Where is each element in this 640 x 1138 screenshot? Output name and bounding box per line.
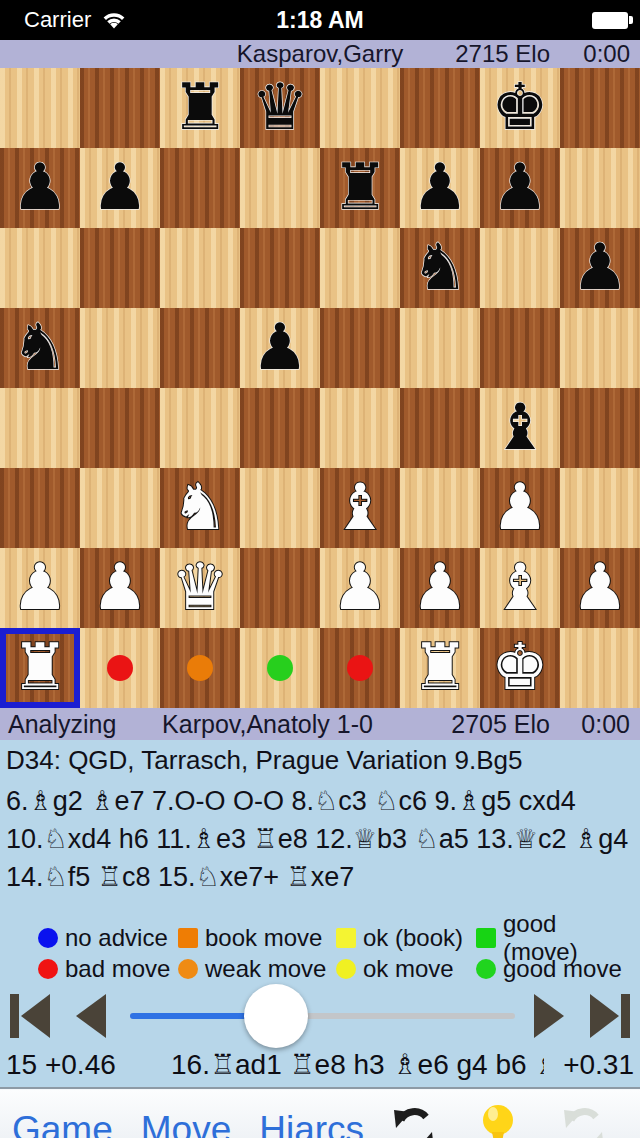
white-pawn-h2[interactable]: ♟: [560, 548, 640, 628]
square-c6[interactable]: [160, 228, 240, 308]
square-h4[interactable]: [560, 388, 640, 468]
square-b7[interactable]: ♟: [80, 148, 160, 228]
legend-marker-orange-square: [178, 928, 198, 948]
skip-to-start-button[interactable]: [8, 992, 52, 1040]
square-g2[interactable]: ♝: [480, 548, 560, 628]
square-a8[interactable]: [0, 68, 80, 148]
analysis-line[interactable]: 15 +0.46 16.♖ad1 ♖e8 h3 ♗e6 g4 b6 ♗d4… +…: [0, 1048, 640, 1089]
legend-label: ok (book): [363, 924, 463, 952]
square-b3[interactable]: [80, 468, 160, 548]
square-a6[interactable]: [0, 228, 80, 308]
move-list-line: 14.♘f5 ♖c8 15.♘xe7+ ♖xe7: [6, 858, 634, 896]
square-f3[interactable]: [400, 468, 480, 548]
previous-move-button[interactable]: [68, 992, 112, 1040]
square-g3[interactable]: ♟: [480, 468, 560, 548]
square-e3[interactable]: ♝: [320, 468, 400, 548]
bottom-player-name: Karpov,Anatoly 1-0: [160, 710, 375, 738]
white-bishop-g2[interactable]: ♝: [480, 548, 560, 628]
square-g4[interactable]: ♝: [480, 388, 560, 468]
info-panel: D34: QGD, Tarrasch, Prague Variation 9.B…: [0, 740, 640, 1089]
analysis-variation: 16.♖ad1 ♖e8 h3 ♗e6 g4 b6 ♗d4…: [171, 1048, 544, 1081]
bottom-player-bar: Analyzing Karpov,Anatoly 1-0 2705 Elo 0:…: [0, 708, 640, 740]
square-b2[interactable]: ♟: [80, 548, 160, 628]
square-f2[interactable]: ♟: [400, 548, 480, 628]
square-d2[interactable]: [240, 548, 320, 628]
square-f1[interactable]: ♜: [400, 628, 480, 708]
square-f6[interactable]: ♞: [400, 228, 480, 308]
chess-board[interactable]: ♜♛♚♟♟♜♟♟♞♟♞♟♝♞♝♟♟♟♛♟♟♝♟♜♜♚: [0, 68, 640, 708]
black-knight-a5[interactable]: ♞: [0, 308, 80, 388]
black-pawn-d5[interactable]: ♟: [240, 308, 320, 388]
square-g5[interactable]: [480, 308, 560, 388]
legend-item: good move: [476, 955, 636, 983]
square-e5[interactable]: [320, 308, 400, 388]
square-h6[interactable]: ♟: [560, 228, 640, 308]
white-rook-a1[interactable]: ♜: [0, 628, 80, 708]
move-list-line: 6.♗g2 ♗e7 7.O-O O-O 8.♘c3 ♘c6 9.♗g5 cxd4: [6, 782, 634, 820]
white-pawn-e2[interactable]: ♟: [320, 548, 400, 628]
black-bishop-g4[interactable]: ♝: [480, 388, 560, 468]
legend-marker-yellow-square: [336, 928, 356, 948]
square-d4[interactable]: [240, 388, 320, 468]
legend-label: good move: [503, 955, 622, 983]
square-h5[interactable]: [560, 308, 640, 388]
opening-name: D34: QGD, Tarrasch, Prague Variation 9.B…: [0, 740, 640, 778]
square-g8[interactable]: ♚: [480, 68, 560, 148]
clock-time: 1:18 AM: [0, 7, 640, 34]
square-d3[interactable]: [240, 468, 320, 548]
square-e1[interactable]: [320, 628, 400, 708]
white-rook-f1[interactable]: ♜: [400, 628, 480, 708]
legend-label: book move: [205, 924, 322, 952]
black-pawn-f7[interactable]: ♟: [400, 148, 480, 228]
square-g7[interactable]: ♟: [480, 148, 560, 228]
battery-icon: [592, 12, 628, 29]
square-d6[interactable]: [240, 228, 320, 308]
square-f5[interactable]: [400, 308, 480, 388]
legend-label: weak move: [205, 955, 326, 983]
square-e7[interactable]: ♜: [320, 148, 400, 228]
square-d1[interactable]: [240, 628, 320, 708]
white-knight-c3[interactable]: ♞: [160, 468, 240, 548]
square-b5[interactable]: [80, 308, 160, 388]
refresh-icon[interactable]: [390, 1104, 438, 1138]
white-king-g1[interactable]: ♚: [480, 628, 560, 708]
move-list[interactable]: 6.♗g2 ♗e7 7.O-O O-O 8.♘c3 ♘c6 9.♗g5 cxd4…: [0, 778, 640, 896]
status-bar: Carrier 1:18 AM: [0, 0, 640, 40]
square-a4[interactable]: [0, 388, 80, 468]
black-pawn-a7[interactable]: ♟: [0, 148, 80, 228]
legend-item: no advice: [38, 924, 178, 952]
engine-status: Analyzing: [0, 710, 160, 738]
legend-marker-green-circle: [476, 959, 496, 979]
legend-marker-yellow-circle: [336, 959, 356, 979]
square-c2[interactable]: ♛: [160, 548, 240, 628]
move-slider-thumb[interactable]: [244, 984, 308, 1048]
square-g6[interactable]: [480, 228, 560, 308]
black-pawn-h6[interactable]: ♟: [560, 228, 640, 308]
square-f8[interactable]: [400, 68, 480, 148]
analysis-eval-end: +0.31: [544, 1049, 634, 1081]
bottom-toolbar: Game Move Hiarcs: [0, 1089, 640, 1138]
advice-dot-b1: [107, 655, 133, 681]
square-e2[interactable]: ♟: [320, 548, 400, 628]
black-king-g8[interactable]: ♚: [480, 68, 560, 148]
square-b4[interactable]: [80, 388, 160, 468]
square-c7[interactable]: [160, 148, 240, 228]
legend-item: ok (book): [336, 924, 476, 952]
skip-to-end-button[interactable]: [588, 992, 632, 1040]
game-menu-button[interactable]: Game: [12, 1109, 113, 1138]
square-a2[interactable]: ♟: [0, 548, 80, 628]
move-list-line: 10.♘xd4 h6 11.♗e3 ♖e8 12.♕b3 ♘a5 13.♕c2 …: [6, 820, 634, 858]
square-c3[interactable]: ♞: [160, 468, 240, 548]
legend-marker-red-circle: [38, 959, 58, 979]
square-d5[interactable]: ♟: [240, 308, 320, 388]
white-pawn-b2[interactable]: ♟: [80, 548, 160, 628]
square-h3[interactable]: [560, 468, 640, 548]
square-a1[interactable]: ♜: [0, 628, 80, 708]
square-a5[interactable]: ♞: [0, 308, 80, 388]
advice-dot-e1: [347, 655, 373, 681]
white-bishop-e3[interactable]: ♝: [320, 468, 400, 548]
white-pawn-f2[interactable]: ♟: [400, 548, 480, 628]
white-pawn-g3[interactable]: ♟: [480, 468, 560, 548]
square-h1[interactable]: [560, 628, 640, 708]
square-h2[interactable]: ♟: [560, 548, 640, 628]
legend-marker-blue-circle: [38, 928, 58, 948]
square-a3[interactable]: [0, 468, 80, 548]
legend-item: bad move: [38, 955, 178, 983]
square-e4[interactable]: [320, 388, 400, 468]
square-c4[interactable]: [160, 388, 240, 468]
hiarcs-menu-button[interactable]: Hiarcs: [259, 1109, 364, 1138]
advice-dot-d1: [267, 655, 293, 681]
game-navigation: [0, 984, 640, 1048]
top-player-clock: 0:00: [550, 40, 640, 68]
black-pawn-b7[interactable]: ♟: [80, 148, 160, 228]
black-knight-f6[interactable]: ♞: [400, 228, 480, 308]
black-queen-d8[interactable]: ♛: [240, 68, 320, 148]
square-e8[interactable]: [320, 68, 400, 148]
analysis-eval-current: 15 +0.46: [6, 1049, 171, 1081]
top-player-bar: Kasparov,Garry 2715 Elo 0:00: [0, 40, 640, 68]
square-b6[interactable]: [80, 228, 160, 308]
square-g1[interactable]: ♚: [480, 628, 560, 708]
white-queen-c2[interactable]: ♛: [160, 548, 240, 628]
legend-item: weak move: [178, 955, 336, 983]
black-rook-e7[interactable]: ♜: [320, 148, 400, 228]
square-a7[interactable]: ♟: [0, 148, 80, 228]
square-d7[interactable]: [240, 148, 320, 228]
legend-item: ok move: [336, 955, 476, 983]
black-pawn-g7[interactable]: ♟: [480, 148, 560, 228]
square-c8[interactable]: ♜: [160, 68, 240, 148]
legend-label: ok move: [363, 955, 454, 983]
next-move-button[interactable]: [528, 992, 572, 1040]
white-pawn-a2[interactable]: ♟: [0, 548, 80, 628]
advice-legend: no advice book move ok (book) good (move…: [0, 922, 640, 984]
legend-marker-green-square: [476, 928, 496, 948]
square-c1[interactable]: [160, 628, 240, 708]
move-menu-button[interactable]: Move: [141, 1109, 231, 1138]
hint-lightbulb-icon[interactable]: [480, 1102, 516, 1138]
square-f4[interactable]: [400, 388, 480, 468]
square-c5[interactable]: [160, 308, 240, 388]
square-b1[interactable]: [80, 628, 160, 708]
square-e6[interactable]: [320, 228, 400, 308]
square-h7[interactable]: [560, 148, 640, 228]
square-f7[interactable]: ♟: [400, 148, 480, 228]
square-b8[interactable]: [80, 68, 160, 148]
legend-label: no advice: [65, 924, 168, 952]
move-slider-track[interactable]: [130, 1013, 515, 1019]
legend-item: book move: [178, 924, 336, 952]
top-player-elo: 2715 Elo: [375, 40, 550, 68]
sync-disabled-icon: [560, 1104, 608, 1138]
legend-marker-orange-circle: [178, 959, 198, 979]
legend-label: bad move: [65, 955, 170, 983]
advice-dot-c1: [187, 655, 213, 681]
black-rook-c8[interactable]: ♜: [160, 68, 240, 148]
square-d8[interactable]: ♛: [240, 68, 320, 148]
square-h8[interactable]: [560, 68, 640, 148]
bottom-player-elo: 2705 Elo: [375, 710, 550, 738]
bottom-player-clock: 0:00: [550, 710, 640, 738]
app-screen: Carrier 1:18 AM Kasparov,Garry 2715 Elo …: [0, 0, 640, 1138]
